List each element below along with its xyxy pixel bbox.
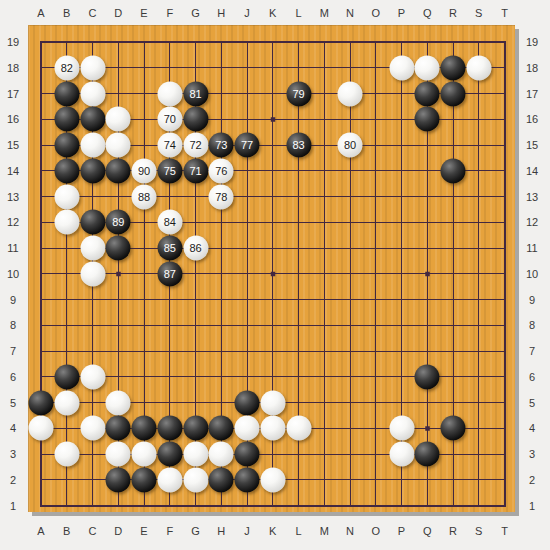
row-label-left-12: 12 (7, 217, 19, 228)
stone-F2[interactable] (157, 467, 182, 492)
col-label-bottom-G: G (191, 526, 200, 537)
stone-D12[interactable]: 89 (106, 210, 131, 235)
stone-C18[interactable] (80, 55, 105, 80)
stone-J3[interactable] (235, 442, 260, 467)
col-label-bottom-F: F (166, 526, 173, 537)
col-label-top-O: O (371, 8, 380, 19)
stone-E4[interactable] (132, 416, 157, 441)
col-label-top-R: R (449, 8, 457, 19)
stone-Q16[interactable] (415, 107, 440, 132)
stone-B18[interactable]: 82 (54, 55, 79, 80)
row-label-left-17: 17 (7, 88, 19, 99)
row-label-right-17: 17 (526, 88, 538, 99)
stone-B17[interactable] (54, 81, 79, 106)
stone-L17[interactable]: 79 (286, 81, 311, 106)
row-label-left-5: 5 (10, 397, 16, 408)
stone-D11[interactable] (106, 236, 131, 261)
col-label-top-F: F (166, 8, 173, 19)
row-label-right-5: 5 (529, 397, 535, 408)
stone-N15[interactable]: 80 (338, 133, 363, 158)
stone-H2[interactable] (209, 467, 234, 492)
row-label-right-8: 8 (529, 320, 535, 331)
stone-D5[interactable] (106, 390, 131, 415)
stone-Q3[interactable] (415, 442, 440, 467)
stone-E14[interactable]: 90 (132, 158, 157, 183)
star-point (116, 272, 121, 277)
row-label-left-19: 19 (7, 37, 19, 48)
row-label-left-15: 15 (7, 140, 19, 151)
row-label-left-7: 7 (10, 346, 16, 357)
stone-B12[interactable] (54, 210, 79, 235)
col-label-top-P: P (398, 8, 405, 19)
col-label-bottom-M: M (320, 526, 329, 537)
stone-G4[interactable] (183, 416, 208, 441)
col-label-top-J: J (244, 8, 250, 19)
stone-R4[interactable] (441, 416, 466, 441)
col-label-top-E: E (140, 8, 147, 19)
stone-Q17[interactable] (415, 81, 440, 106)
stone-P4[interactable] (389, 416, 414, 441)
row-label-right-12: 12 (526, 217, 538, 228)
stone-B16[interactable] (54, 107, 79, 132)
row-label-right-11: 11 (526, 243, 537, 254)
col-label-bottom-R: R (449, 526, 457, 537)
stone-P3[interactable] (389, 442, 414, 467)
stone-C4[interactable] (80, 416, 105, 441)
stone-L15[interactable]: 83 (286, 133, 311, 158)
stone-E13[interactable]: 88 (132, 184, 157, 209)
stone-F16[interactable]: 70 (157, 107, 182, 132)
stone-F10[interactable]: 87 (157, 261, 182, 286)
stone-A5[interactable] (29, 390, 54, 415)
col-label-top-N: N (346, 8, 354, 19)
stone-R17[interactable] (441, 81, 466, 106)
go-board[interactable]: 8281797074727377838090757176887889848586… (28, 25, 515, 512)
col-label-top-L: L (295, 8, 301, 19)
stone-B13[interactable] (54, 184, 79, 209)
stone-D2[interactable] (106, 467, 131, 492)
stone-Q6[interactable] (415, 364, 440, 389)
row-label-right-14: 14 (526, 165, 538, 176)
go-diagram-page: 8281797074727377838090757176887889848586… (0, 0, 550, 550)
stone-B3[interactable] (54, 442, 79, 467)
row-label-right-10: 10 (526, 268, 538, 279)
stone-C12[interactable] (80, 210, 105, 235)
stone-C17[interactable] (80, 81, 105, 106)
row-label-left-11: 11 (7, 243, 18, 254)
col-label-top-D: D (114, 8, 122, 19)
row-label-left-18: 18 (7, 62, 19, 73)
col-label-bottom-S: S (475, 526, 482, 537)
col-label-bottom-B: B (63, 526, 70, 537)
stone-F14[interactable]: 75 (157, 158, 182, 183)
col-label-bottom-H: H (217, 526, 225, 537)
row-label-right-4: 4 (529, 423, 535, 434)
stone-B5[interactable] (54, 390, 79, 415)
star-point (425, 272, 430, 277)
stone-C11[interactable] (80, 236, 105, 261)
row-label-right-9: 9 (529, 294, 535, 305)
stone-H3[interactable] (209, 442, 234, 467)
stone-B15[interactable] (54, 133, 79, 158)
row-label-right-18: 18 (526, 62, 538, 73)
stone-N17[interactable] (338, 81, 363, 106)
stone-J5[interactable] (235, 390, 260, 415)
col-label-bottom-E: E (140, 526, 147, 537)
stone-F15[interactable]: 74 (157, 133, 182, 158)
col-label-bottom-K: K (269, 526, 276, 537)
col-label-bottom-T: T (501, 526, 508, 537)
col-label-bottom-D: D (114, 526, 122, 537)
stone-D15[interactable] (106, 133, 131, 158)
row-label-left-4: 4 (10, 423, 16, 434)
stone-H4[interactable] (209, 416, 234, 441)
stone-C6[interactable] (80, 364, 105, 389)
row-label-right-6: 6 (529, 371, 535, 382)
stone-C14[interactable] (80, 158, 105, 183)
row-label-left-14: 14 (7, 165, 19, 176)
stone-B14[interactable] (54, 158, 79, 183)
col-label-top-B: B (63, 8, 70, 19)
row-label-right-15: 15 (526, 140, 538, 151)
stone-F17[interactable] (157, 81, 182, 106)
stone-J4[interactable] (235, 416, 260, 441)
col-label-top-C: C (89, 8, 97, 19)
row-label-left-10: 10 (7, 268, 19, 279)
stone-G17[interactable]: 81 (183, 81, 208, 106)
col-label-bottom-J: J (244, 526, 250, 537)
star-point (271, 272, 276, 277)
star-point (425, 426, 430, 431)
stone-G16[interactable] (183, 107, 208, 132)
stone-J2[interactable] (235, 467, 260, 492)
col-label-top-G: G (191, 8, 200, 19)
stone-J15[interactable]: 77 (235, 133, 260, 158)
stone-A4[interactable] (29, 416, 54, 441)
star-point (271, 117, 276, 122)
stone-E3[interactable] (132, 442, 157, 467)
row-label-right-1: 1 (529, 500, 535, 511)
row-label-left-8: 8 (10, 320, 16, 331)
row-label-left-6: 6 (10, 371, 16, 382)
stone-L4[interactable] (286, 416, 311, 441)
stone-G14[interactable]: 71 (183, 158, 208, 183)
stone-R14[interactable] (441, 158, 466, 183)
stone-H13[interactable]: 78 (209, 184, 234, 209)
row-label-left-2: 2 (10, 474, 16, 485)
col-label-top-S: S (475, 8, 482, 19)
col-label-bottom-N: N (346, 526, 354, 537)
stone-F11[interactable]: 85 (157, 236, 182, 261)
stone-P18[interactable] (389, 55, 414, 80)
stone-K2[interactable] (260, 467, 285, 492)
col-label-top-H: H (217, 8, 225, 19)
stone-G3[interactable] (183, 442, 208, 467)
col-label-top-T: T (501, 8, 508, 19)
row-label-right-7: 7 (529, 346, 535, 357)
stone-F4[interactable] (157, 416, 182, 441)
stone-C10[interactable] (80, 261, 105, 286)
row-label-right-2: 2 (529, 474, 535, 485)
row-label-left-1: 1 (10, 500, 16, 511)
row-label-right-13: 13 (526, 191, 538, 202)
stone-H14[interactable]: 76 (209, 158, 234, 183)
col-label-bottom-C: C (89, 526, 97, 537)
row-label-left-16: 16 (7, 114, 19, 125)
stone-D16[interactable] (106, 107, 131, 132)
stone-F3[interactable] (157, 442, 182, 467)
stone-G2[interactable] (183, 467, 208, 492)
row-label-left-13: 13 (7, 191, 19, 202)
row-label-left-9: 9 (10, 294, 16, 305)
stone-F12[interactable]: 84 (157, 210, 182, 235)
col-label-top-Q: Q (423, 8, 432, 19)
row-label-right-16: 16 (526, 114, 538, 125)
col-label-bottom-P: P (398, 526, 405, 537)
row-label-left-3: 3 (10, 449, 16, 460)
stone-D4[interactable] (106, 416, 131, 441)
row-label-right-19: 19 (526, 37, 538, 48)
stone-H15[interactable]: 73 (209, 133, 234, 158)
stone-C16[interactable] (80, 107, 105, 132)
stone-C15[interactable] (80, 133, 105, 158)
col-label-top-A: A (37, 8, 44, 19)
col-label-bottom-A: A (37, 526, 44, 537)
stone-Q18[interactable] (415, 55, 440, 80)
stone-G11[interactable]: 86 (183, 236, 208, 261)
stone-K4[interactable] (260, 416, 285, 441)
stone-D14[interactable] (106, 158, 131, 183)
col-label-top-K: K (269, 8, 276, 19)
col-label-top-M: M (320, 8, 329, 19)
stone-S18[interactable] (466, 55, 491, 80)
stone-R18[interactable] (441, 55, 466, 80)
stone-D3[interactable] (106, 442, 131, 467)
col-label-bottom-Q: Q (423, 526, 432, 537)
stone-E2[interactable] (132, 467, 157, 492)
col-label-bottom-O: O (371, 526, 380, 537)
col-label-bottom-L: L (295, 526, 301, 537)
stone-G15[interactable]: 72 (183, 133, 208, 158)
stone-B6[interactable] (54, 364, 79, 389)
stone-K5[interactable] (260, 390, 285, 415)
row-label-right-3: 3 (529, 449, 535, 460)
